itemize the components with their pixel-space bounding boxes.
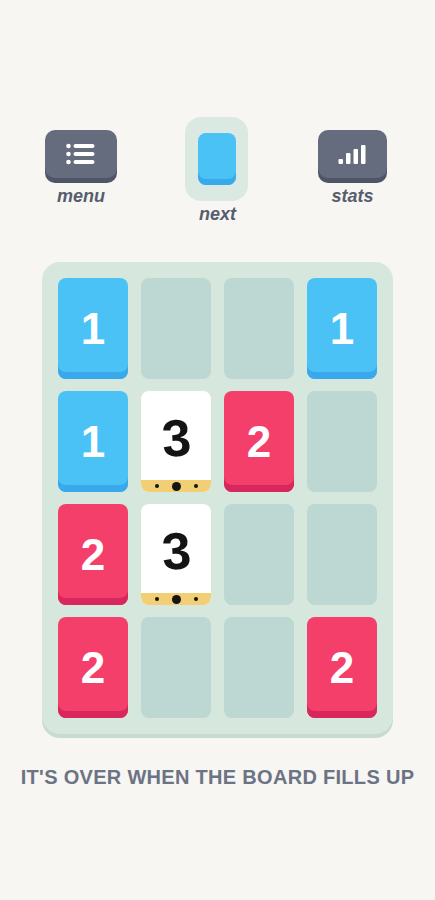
- empty-cell: [224, 278, 294, 379]
- bar-chart-icon: [335, 140, 371, 168]
- menu-label: menu: [45, 186, 117, 207]
- tile-foot: [141, 480, 211, 492]
- tile-value: 3: [159, 407, 192, 469]
- empty-cell: [141, 617, 211, 718]
- tile-value: 2: [81, 530, 105, 580]
- tile-1: 1: [58, 278, 128, 379]
- stats-label: stats: [318, 186, 387, 207]
- empty-cell: [307, 504, 377, 605]
- empty-cell: [141, 278, 211, 379]
- tile-1: 1: [58, 391, 128, 492]
- empty-cell: [307, 391, 377, 492]
- tile-value: 1: [81, 304, 105, 354]
- empty-cell: [224, 504, 294, 605]
- tile-value: 1: [81, 417, 105, 467]
- footer-message: IT'S OVER WHEN THE BOARD FILLS UP: [0, 766, 435, 789]
- tile-value: 3: [159, 520, 192, 582]
- tile-2: 2: [224, 391, 294, 492]
- next-label: next: [178, 204, 257, 225]
- tile-1: 1: [307, 278, 377, 379]
- tile-2: 2: [307, 617, 377, 718]
- tile-foot: [141, 593, 211, 605]
- list-icon: [62, 140, 100, 168]
- tile-3: 3: [141, 504, 211, 605]
- tile-2: 2: [58, 617, 128, 718]
- tile-value: 2: [330, 643, 354, 693]
- stats-button[interactable]: [318, 130, 387, 178]
- next-tile: [198, 133, 236, 185]
- tile-2: 2: [58, 504, 128, 605]
- tile-value: 1: [330, 304, 354, 354]
- game-board[interactable]: 111322322: [42, 262, 393, 734]
- tile-value: 2: [247, 417, 271, 467]
- tile-value: 2: [81, 643, 105, 693]
- tile-3: 3: [141, 391, 211, 492]
- empty-cell: [224, 617, 294, 718]
- next-panel: [185, 117, 248, 201]
- menu-button[interactable]: [45, 130, 117, 178]
